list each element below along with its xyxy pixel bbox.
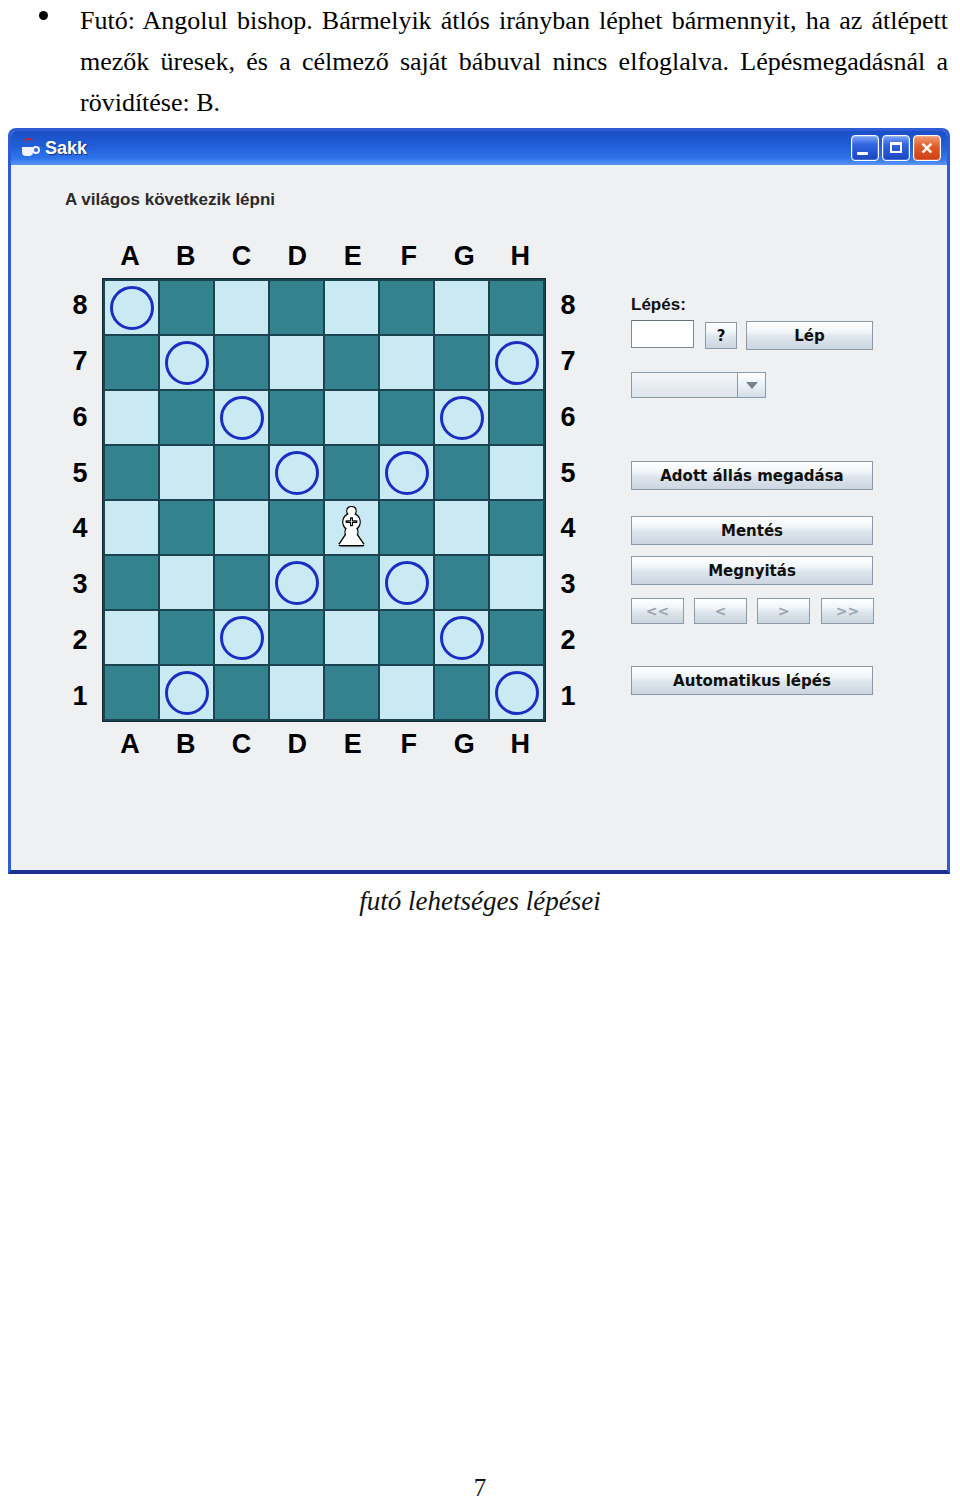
square-d3[interactable] — [270, 556, 323, 609]
close-icon: ✕ — [914, 136, 940, 160]
move-target-ring — [385, 451, 429, 495]
square-f1[interactable] — [380, 666, 433, 719]
square-d1[interactable] — [270, 666, 323, 719]
paragraph: Futó: Angolul bishop. Bármelyik átlós ir… — [80, 0, 948, 123]
page-number: 7 — [0, 1474, 960, 1502]
rank-label-7: 7 — [548, 334, 588, 390]
dropdown-selected-value — [632, 373, 737, 397]
square-g7[interactable] — [435, 336, 488, 389]
move-target-ring — [495, 671, 539, 715]
rank-label-6: 6 — [60, 390, 100, 446]
move-target-ring — [440, 616, 484, 660]
save-button[interactable]: Mentés — [631, 516, 873, 545]
rank-label-8: 8 — [60, 278, 100, 334]
move-target-ring — [385, 561, 429, 605]
file-label-f: F — [381, 241, 437, 272]
square-a1[interactable] — [105, 666, 158, 719]
square-h2[interactable] — [490, 611, 543, 664]
file-label-d: D — [269, 729, 325, 760]
square-d5[interactable] — [270, 446, 323, 499]
file-labels-top: ABCDEFGH — [102, 241, 548, 272]
move-target-ring — [275, 561, 319, 605]
square-a8[interactable] — [105, 281, 158, 334]
square-e2[interactable] — [325, 611, 378, 664]
window-content: A világos következik lépni ABCDEFGH 8765… — [11, 165, 947, 870]
maximize-icon — [890, 142, 902, 153]
square-a4[interactable] — [105, 501, 158, 554]
file-labels-bottom: ABCDEFGH — [102, 729, 548, 760]
rank-labels-left: 87654321 — [60, 278, 100, 724]
square-b6[interactable] — [160, 391, 213, 444]
title-bar[interactable]: Sakk ✕ — [11, 131, 947, 165]
square-a3[interactable] — [105, 556, 158, 609]
prev-move-button[interactable]: < — [694, 598, 747, 624]
square-d2[interactable] — [270, 611, 323, 664]
file-label-a: A — [102, 729, 158, 760]
cup-handle-icon-part — [32, 146, 40, 154]
square-h8[interactable] — [490, 281, 543, 334]
square-f6[interactable] — [380, 391, 433, 444]
file-label-h: H — [492, 241, 548, 272]
square-a2[interactable] — [105, 611, 158, 664]
open-button[interactable]: Megnyitás — [631, 556, 873, 585]
square-e5[interactable] — [325, 446, 378, 499]
square-g1[interactable] — [435, 666, 488, 719]
file-label-f: F — [381, 729, 437, 760]
move-target-ring — [165, 341, 209, 385]
move-input[interactable] — [631, 320, 694, 348]
square-c3[interactable] — [215, 556, 268, 609]
square-c8[interactable] — [215, 281, 268, 334]
chess-app-window: Sakk ✕ A világos következik lépni ABCDEF… — [8, 128, 950, 874]
rank-label-3: 3 — [60, 557, 100, 613]
square-c1[interactable] — [215, 666, 268, 719]
setup-position-button[interactable]: Adott állás megadása — [631, 461, 873, 490]
square-h4[interactable] — [490, 501, 543, 554]
dropdown-arrow-button[interactable] — [737, 373, 765, 397]
square-c5[interactable] — [215, 446, 268, 499]
rank-label-6: 6 — [548, 390, 588, 446]
square-d8[interactable] — [270, 281, 323, 334]
square-d7[interactable] — [270, 336, 323, 389]
square-c2[interactable] — [215, 611, 268, 664]
rank-label-7: 7 — [60, 334, 100, 390]
square-a7[interactable] — [105, 336, 158, 389]
move-target-ring — [275, 451, 319, 495]
minimize-button[interactable] — [851, 135, 879, 161]
square-b1[interactable] — [160, 666, 213, 719]
square-e1[interactable] — [325, 666, 378, 719]
file-label-b: B — [158, 729, 214, 760]
file-label-c: C — [214, 241, 270, 272]
square-h6[interactable] — [490, 391, 543, 444]
square-f5[interactable] — [380, 446, 433, 499]
paragraph-line: rövidítése: B. — [80, 82, 948, 123]
square-f3[interactable] — [380, 556, 433, 609]
file-label-e: E — [325, 241, 381, 272]
square-b8[interactable] — [160, 281, 213, 334]
file-label-d: D — [269, 241, 325, 272]
square-b5[interactable] — [160, 446, 213, 499]
rank-label-8: 8 — [548, 278, 588, 334]
square-g3[interactable] — [435, 556, 488, 609]
square-a5[interactable] — [105, 446, 158, 499]
square-b4[interactable] — [160, 501, 213, 554]
square-e3[interactable] — [325, 556, 378, 609]
square-c7[interactable] — [215, 336, 268, 389]
next-move-button[interactable]: > — [757, 598, 810, 624]
file-label-e: E — [325, 729, 381, 760]
rank-label-1: 1 — [60, 668, 100, 724]
chess-board: ♝ — [102, 278, 546, 722]
square-g4[interactable] — [435, 501, 488, 554]
file-label-g: G — [437, 241, 493, 272]
file-label-b: B — [158, 241, 214, 272]
square-d4[interactable] — [270, 501, 323, 554]
square-h5[interactable] — [490, 446, 543, 499]
square-b2[interactable] — [160, 611, 213, 664]
rank-label-2: 2 — [60, 613, 100, 669]
move-label: Lépés: — [631, 295, 686, 315]
last-move-button[interactable]: >> — [821, 598, 874, 624]
figure-caption: futó lehetséges lépései — [0, 886, 960, 917]
white-bishop[interactable]: ♝ — [328, 501, 375, 554]
square-e6[interactable] — [325, 391, 378, 444]
square-c6[interactable] — [215, 391, 268, 444]
rank-label-3: 3 — [548, 557, 588, 613]
move-target-ring — [495, 341, 539, 385]
square-g8[interactable] — [435, 281, 488, 334]
first-move-button[interactable]: << — [631, 598, 684, 624]
auto-move-button[interactable]: Automatikus lépés — [631, 666, 873, 695]
paragraph-line: Futó: Angolul bishop. Bármelyik átlós ir… — [80, 0, 948, 41]
move-target-ring — [220, 396, 264, 440]
square-b7[interactable] — [160, 336, 213, 389]
move-target-ring — [165, 671, 209, 715]
rank-label-5: 5 — [60, 445, 100, 501]
rank-labels-right: 87654321 — [548, 278, 588, 724]
square-e8[interactable] — [325, 281, 378, 334]
square-f8[interactable] — [380, 281, 433, 334]
move-target-ring — [110, 286, 154, 330]
move-target-ring — [220, 616, 264, 660]
rank-label-4: 4 — [60, 501, 100, 557]
square-d6[interactable] — [270, 391, 323, 444]
square-g2[interactable] — [435, 611, 488, 664]
square-g6[interactable] — [435, 391, 488, 444]
steam-icon-part — [24, 138, 33, 146]
square-h3[interactable] — [490, 556, 543, 609]
java-cup-icon — [19, 138, 39, 158]
file-label-h: H — [492, 729, 548, 760]
maximize-button[interactable] — [882, 135, 910, 161]
square-h7[interactable] — [490, 336, 543, 389]
rank-label-5: 5 — [548, 445, 588, 501]
rank-label-1: 1 — [548, 668, 588, 724]
file-label-c: C — [214, 729, 270, 760]
square-e4[interactable]: ♝ — [325, 501, 378, 554]
square-b3[interactable] — [160, 556, 213, 609]
rank-label-4: 4 — [548, 501, 588, 557]
square-c4[interactable] — [215, 501, 268, 554]
minimize-icon — [857, 152, 868, 155]
move-target-ring — [440, 396, 484, 440]
paragraph-line: mezők üresek, és a célmező saját bábuval… — [80, 41, 948, 82]
rank-label-2: 2 — [548, 613, 588, 669]
square-f2[interactable] — [380, 611, 433, 664]
file-label-g: G — [437, 729, 493, 760]
square-h1[interactable] — [490, 666, 543, 719]
move-list-dropdown[interactable] — [631, 372, 766, 398]
chevron-down-icon — [746, 382, 758, 389]
square-a6[interactable] — [105, 391, 158, 444]
file-label-a: A — [102, 241, 158, 272]
close-button[interactable]: ✕ — [913, 135, 941, 161]
turn-status-label: A világos következik lépni — [65, 190, 275, 210]
move-button[interactable]: Lép — [746, 321, 873, 350]
square-f4[interactable] — [380, 501, 433, 554]
square-f7[interactable] — [380, 336, 433, 389]
bullet-point — [39, 11, 48, 20]
square-e7[interactable] — [325, 336, 378, 389]
window-title: Sakk — [45, 131, 87, 165]
square-g5[interactable] — [435, 446, 488, 499]
window-controls: ✕ — [851, 135, 941, 161]
help-button[interactable]: ? — [705, 322, 737, 349]
